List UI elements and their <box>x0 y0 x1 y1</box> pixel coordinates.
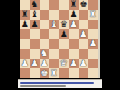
white-knight[interactable]: ♞ <box>40 49 48 58</box>
square-e6[interactable]: ♛ <box>59 20 69 30</box>
black-rook[interactable]: ♜ <box>21 10 29 19</box>
square-h8[interactable] <box>88 0 98 10</box>
square-c8[interactable] <box>40 0 50 10</box>
square-g1[interactable] <box>79 68 89 78</box>
square-d8[interactable] <box>49 0 59 10</box>
square-e7[interactable] <box>59 10 69 20</box>
square-a5[interactable] <box>20 29 30 39</box>
square-e3[interactable] <box>59 49 69 59</box>
square-b4[interactable] <box>30 39 40 49</box>
square-h1[interactable] <box>88 68 98 78</box>
square-g7[interactable] <box>79 10 89 20</box>
square-d4[interactable] <box>49 39 59 49</box>
board-right-margin <box>98 0 100 78</box>
square-g8[interactable]: ♚ <box>79 0 89 10</box>
square-h6[interactable] <box>88 20 98 30</box>
black-pawn[interactable]: ♟ <box>21 20 29 29</box>
black-bishop[interactable]: ♝ <box>31 10 39 19</box>
black-pawn[interactable]: ♟ <box>60 30 68 39</box>
square-b1[interactable] <box>30 68 40 78</box>
square-h4[interactable]: ♟ <box>88 39 98 49</box>
square-c5[interactable] <box>40 29 50 39</box>
square-a1[interactable] <box>20 68 30 78</box>
white-pawn[interactable]: ♟ <box>40 59 48 68</box>
white-pawn[interactable]: ♟ <box>89 39 97 48</box>
square-d2[interactable] <box>49 59 59 69</box>
square-f4[interactable] <box>69 39 79 49</box>
square-a2[interactable]: ♟ <box>20 59 30 69</box>
square-a8[interactable] <box>20 0 30 10</box>
square-b5[interactable] <box>30 29 40 39</box>
white-queen[interactable]: ♛ <box>60 59 68 68</box>
square-g6[interactable] <box>79 20 89 30</box>
square-f3[interactable] <box>69 49 79 59</box>
square-a4[interactable] <box>20 39 30 49</box>
square-h3[interactable] <box>88 49 98 59</box>
square-d3[interactable] <box>49 49 59 59</box>
square-d7[interactable] <box>49 10 59 20</box>
black-rook[interactable]: ♜ <box>70 0 78 9</box>
square-a6[interactable]: ♟ <box>20 20 30 30</box>
square-c6[interactable] <box>40 20 50 30</box>
white-pawn[interactable]: ♟ <box>70 59 78 68</box>
caption-area <box>18 79 102 88</box>
square-g3[interactable] <box>79 49 89 59</box>
square-f7[interactable]: ♟ <box>69 10 79 20</box>
black-knight[interactable]: ♞ <box>31 0 39 9</box>
square-g4[interactable] <box>79 39 89 49</box>
square-a3[interactable] <box>20 49 30 59</box>
square-h2[interactable] <box>88 59 98 69</box>
square-b8[interactable]: ♞ <box>30 0 40 10</box>
square-e5[interactable]: ♟ <box>59 29 69 39</box>
white-bishop[interactable]: ♝ <box>50 20 58 29</box>
square-g2[interactable]: ♟ <box>79 59 89 69</box>
square-f1[interactable] <box>69 68 79 78</box>
white-pawn[interactable]: ♟ <box>79 59 87 68</box>
square-g5[interactable]: ♟ <box>79 29 89 39</box>
square-c7[interactable] <box>40 10 50 20</box>
square-e4[interactable] <box>59 39 69 49</box>
white-pawn[interactable]: ♟ <box>21 59 29 68</box>
black-pawn[interactable]: ♟ <box>31 20 39 29</box>
square-d5[interactable] <box>49 29 59 39</box>
square-b3[interactable] <box>30 49 40 59</box>
square-f8[interactable]: ♜ <box>69 0 79 10</box>
white-pawn[interactable]: ♟ <box>31 59 39 68</box>
caption-line-2 <box>20 85 66 87</box>
square-e8[interactable] <box>59 0 69 10</box>
white-rook[interactable]: ♜ <box>89 10 97 19</box>
square-e2[interactable]: ♛ <box>59 59 69 69</box>
chess-board[interactable]: ♞♜♚♜♝♟♜♟♟♝♛♟♟♟♟♞♟♟♟♛♟♟♚♜ <box>20 0 98 78</box>
square-b2[interactable]: ♟ <box>30 59 40 69</box>
square-c3[interactable]: ♞ <box>40 49 50 59</box>
square-f2[interactable]: ♟ <box>69 59 79 69</box>
square-f5[interactable] <box>69 29 79 39</box>
square-e1[interactable] <box>59 68 69 78</box>
black-queen[interactable]: ♛ <box>60 20 68 29</box>
square-c1[interactable]: ♚ <box>40 68 50 78</box>
caption-line-1 <box>20 82 94 84</box>
square-b7[interactable]: ♝ <box>30 10 40 20</box>
white-pawn[interactable]: ♟ <box>70 20 78 29</box>
video-frame: ♞♜♚♜♝♟♜♟♟♝♛♟♟♟♟♞♟♟♟♛♟♟♚♜ <box>0 0 120 90</box>
square-d6[interactable]: ♝ <box>49 20 59 30</box>
white-rook[interactable]: ♜ <box>50 69 58 78</box>
square-c2[interactable]: ♟ <box>40 59 50 69</box>
white-king[interactable]: ♚ <box>40 69 48 78</box>
square-h5[interactable] <box>88 29 98 39</box>
white-pawn[interactable]: ♟ <box>79 30 87 39</box>
black-pawn[interactable]: ♟ <box>70 10 78 19</box>
square-a7[interactable]: ♜ <box>20 10 30 20</box>
square-c4[interactable] <box>40 39 50 49</box>
square-d1[interactable]: ♜ <box>49 68 59 78</box>
black-king[interactable]: ♚ <box>79 0 87 9</box>
square-h7[interactable]: ♜ <box>88 10 98 20</box>
square-b6[interactable]: ♟ <box>30 20 40 30</box>
square-f6[interactable]: ♟ <box>69 20 79 30</box>
